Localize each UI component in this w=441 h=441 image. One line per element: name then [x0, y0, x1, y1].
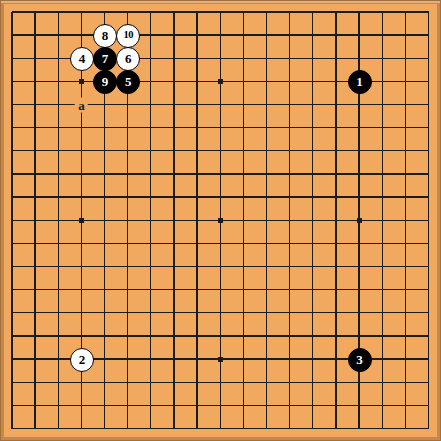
board-cell — [278, 116, 301, 139]
board-cell: 3 — [348, 348, 371, 371]
board-cell — [255, 24, 278, 47]
board-cell — [24, 417, 47, 440]
board-cell — [162, 209, 185, 232]
board-cell — [278, 93, 301, 116]
board-cell — [348, 394, 371, 417]
board-cell — [0, 116, 23, 139]
board-cell — [394, 70, 417, 93]
board-cell — [24, 186, 47, 209]
board-cell — [139, 417, 162, 440]
board-cell — [324, 70, 347, 93]
board-cell — [162, 24, 185, 47]
board-cell — [186, 255, 209, 278]
board-cell — [255, 348, 278, 371]
board-cell — [417, 255, 440, 278]
board-cell — [371, 371, 394, 394]
board-cell — [93, 324, 116, 347]
board-cell — [47, 348, 70, 371]
board-cell — [0, 417, 23, 440]
board-cell: 2 — [70, 348, 93, 371]
board-cell — [24, 348, 47, 371]
board-cell — [116, 417, 139, 440]
board-cell — [255, 93, 278, 116]
stone-black-5: 5 — [116, 70, 140, 94]
board-cell — [394, 301, 417, 324]
board-cell — [162, 139, 185, 162]
board-cell — [70, 186, 93, 209]
stone-black-1: 1 — [348, 70, 372, 94]
board-cell — [24, 394, 47, 417]
board-cell — [324, 348, 347, 371]
board-cell — [0, 301, 23, 324]
board-cell — [0, 348, 23, 371]
board-cell — [371, 162, 394, 185]
board-cell — [348, 186, 371, 209]
board-cell: 8 — [93, 24, 116, 47]
board-cell — [417, 186, 440, 209]
stone-black-7: 7 — [93, 47, 117, 71]
board-cell — [371, 116, 394, 139]
board-cell — [394, 255, 417, 278]
hoshi-point — [357, 218, 362, 223]
board-cell — [70, 24, 93, 47]
board-cell — [301, 394, 324, 417]
board-cell — [348, 324, 371, 347]
board-cell — [232, 139, 255, 162]
board-cell — [186, 186, 209, 209]
board-cell — [139, 278, 162, 301]
board-cell — [24, 209, 47, 232]
board-cell — [24, 162, 47, 185]
board-cell — [24, 371, 47, 394]
board-cell — [70, 70, 93, 93]
board-cell — [186, 301, 209, 324]
board-cell — [255, 0, 278, 23]
board-cell — [139, 47, 162, 70]
board-cell: 6 — [116, 47, 139, 70]
board-cell — [301, 232, 324, 255]
board-cell — [255, 162, 278, 185]
board-cell — [278, 24, 301, 47]
board-cell — [139, 371, 162, 394]
board-cell — [93, 394, 116, 417]
board-cell — [24, 24, 47, 47]
board-cell — [394, 162, 417, 185]
board-cell — [47, 162, 70, 185]
board-cell — [324, 278, 347, 301]
board-cell — [116, 394, 139, 417]
board-cell — [209, 24, 232, 47]
board-cell — [417, 116, 440, 139]
board-cell — [186, 162, 209, 185]
board-cell — [232, 417, 255, 440]
board-cell — [394, 417, 417, 440]
board-cell — [255, 371, 278, 394]
board-cell — [371, 24, 394, 47]
board-cell — [139, 186, 162, 209]
board-cell — [93, 139, 116, 162]
board-cell — [24, 47, 47, 70]
board-cell — [209, 139, 232, 162]
board-cell — [348, 301, 371, 324]
board-cell — [47, 139, 70, 162]
board-cell — [162, 301, 185, 324]
board-cell — [0, 394, 23, 417]
board-cell — [417, 209, 440, 232]
board-cell — [47, 255, 70, 278]
board-cell — [371, 417, 394, 440]
board-cell — [0, 70, 23, 93]
board-cell — [278, 0, 301, 23]
board-cell — [139, 348, 162, 371]
board-cell — [255, 417, 278, 440]
board-cell — [255, 116, 278, 139]
board-cell — [93, 116, 116, 139]
board-cell — [186, 47, 209, 70]
board-cell — [24, 301, 47, 324]
board-cell — [139, 116, 162, 139]
point-label-a: a — [75, 97, 88, 112]
stone-white-4: 4 — [70, 47, 94, 71]
board-cell — [47, 186, 70, 209]
board-cell — [209, 47, 232, 70]
board-cell — [324, 116, 347, 139]
board-cell — [70, 209, 93, 232]
board-cell — [301, 371, 324, 394]
board-cell — [255, 209, 278, 232]
board-cell — [70, 0, 93, 23]
board-cell — [139, 70, 162, 93]
board-cell — [348, 255, 371, 278]
board-cell — [162, 371, 185, 394]
board-cell — [47, 394, 70, 417]
board-cell — [232, 70, 255, 93]
board-cell — [209, 70, 232, 93]
board-cell — [371, 209, 394, 232]
board-cell — [93, 93, 116, 116]
stone-black-9: 9 — [93, 70, 117, 94]
board-cell — [0, 255, 23, 278]
board-cell — [394, 47, 417, 70]
board-cell — [186, 278, 209, 301]
board-cell — [417, 24, 440, 47]
board-cell — [278, 255, 301, 278]
board-cell — [24, 232, 47, 255]
board-cell: 5 — [116, 70, 139, 93]
board-cell — [324, 394, 347, 417]
board-cell — [371, 93, 394, 116]
board-cell — [70, 301, 93, 324]
board-cell — [371, 70, 394, 93]
go-diagram: 810476951a23 — [0, 0, 441, 441]
board-cell — [24, 278, 47, 301]
board-cell — [255, 186, 278, 209]
board-cell — [371, 47, 394, 70]
hoshi-point — [79, 218, 84, 223]
stone-white-2: 2 — [70, 348, 94, 372]
board-cell — [348, 162, 371, 185]
board-cell — [47, 371, 70, 394]
board-cell — [139, 139, 162, 162]
board-cell — [93, 232, 116, 255]
board-cell — [278, 348, 301, 371]
board-cell — [371, 255, 394, 278]
board-cell — [394, 186, 417, 209]
board-cell — [278, 162, 301, 185]
board-cell — [394, 348, 417, 371]
board-cell — [116, 232, 139, 255]
board-cell — [394, 232, 417, 255]
board-cell — [47, 93, 70, 116]
board-cell — [255, 394, 278, 417]
board-cell — [0, 47, 23, 70]
board-cell — [139, 301, 162, 324]
board-cell — [162, 116, 185, 139]
board-cell — [0, 324, 23, 347]
board-cell — [324, 324, 347, 347]
board-cell — [209, 162, 232, 185]
board-cell — [47, 324, 70, 347]
board-cell — [301, 324, 324, 347]
board-cell — [232, 232, 255, 255]
board-cell — [209, 417, 232, 440]
board-cell — [47, 301, 70, 324]
board-cell — [139, 255, 162, 278]
board-cell — [116, 278, 139, 301]
board-cell — [209, 301, 232, 324]
board-cell — [209, 394, 232, 417]
board-cell — [162, 278, 185, 301]
board-cell: a — [70, 93, 93, 116]
board-cell — [209, 93, 232, 116]
board-cell — [255, 255, 278, 278]
board-cell — [232, 93, 255, 116]
board-cell — [278, 47, 301, 70]
board-cell — [139, 324, 162, 347]
board-cell — [93, 348, 116, 371]
board-cell — [371, 186, 394, 209]
board-cell — [209, 116, 232, 139]
board-cell — [47, 278, 70, 301]
hoshi-point — [79, 79, 84, 84]
board-cell — [301, 0, 324, 23]
board-cell — [278, 371, 301, 394]
board-cell — [70, 139, 93, 162]
board-cell — [70, 255, 93, 278]
board-cell — [394, 0, 417, 23]
board-cell — [301, 348, 324, 371]
board-cell — [255, 278, 278, 301]
board-cell — [186, 417, 209, 440]
board-cell — [162, 348, 185, 371]
board-cell — [278, 70, 301, 93]
board-cell — [93, 162, 116, 185]
board-cell — [348, 0, 371, 23]
board-cell — [70, 417, 93, 440]
hoshi-point — [218, 218, 223, 223]
board-cell — [348, 24, 371, 47]
board-cell — [232, 324, 255, 347]
board-cell — [417, 0, 440, 23]
board-cell — [394, 394, 417, 417]
board-cell — [324, 232, 347, 255]
board-cell — [186, 371, 209, 394]
board-cell — [301, 255, 324, 278]
board-cell — [0, 186, 23, 209]
board-cell — [232, 116, 255, 139]
board-cell — [371, 394, 394, 417]
board-cell — [232, 301, 255, 324]
board-cell — [24, 0, 47, 23]
board-cell — [301, 209, 324, 232]
board-cell — [70, 278, 93, 301]
board-cell — [301, 417, 324, 440]
board-cell: 9 — [93, 70, 116, 93]
board-cell — [116, 162, 139, 185]
board-cell — [162, 162, 185, 185]
board-cell — [417, 162, 440, 185]
board-cell — [116, 186, 139, 209]
board-cell — [301, 301, 324, 324]
board-cell — [93, 255, 116, 278]
board-cell — [162, 394, 185, 417]
board-cell — [47, 417, 70, 440]
board-cell — [139, 24, 162, 47]
board-cell — [116, 209, 139, 232]
board-cell — [324, 301, 347, 324]
board-cell — [209, 324, 232, 347]
board-cell — [0, 278, 23, 301]
board-cell — [324, 371, 347, 394]
board-cell — [324, 139, 347, 162]
board-cell — [324, 186, 347, 209]
board-cell — [139, 232, 162, 255]
board-cell — [417, 324, 440, 347]
board-cell — [186, 209, 209, 232]
board-cell — [278, 232, 301, 255]
board-cell — [394, 24, 417, 47]
board-cell — [394, 116, 417, 139]
board-cell — [0, 0, 23, 23]
board-cell — [371, 301, 394, 324]
board-cell — [232, 278, 255, 301]
board-cell — [371, 139, 394, 162]
board-cell — [301, 162, 324, 185]
board-cell — [24, 70, 47, 93]
board-cell — [255, 47, 278, 70]
board-cell — [24, 139, 47, 162]
board-cell — [209, 278, 232, 301]
board-cell — [278, 417, 301, 440]
board-cell — [348, 116, 371, 139]
board-cell — [70, 232, 93, 255]
board-cell — [186, 0, 209, 23]
board-cell — [24, 255, 47, 278]
board-cell — [186, 24, 209, 47]
board-cell — [278, 186, 301, 209]
board-cell — [301, 93, 324, 116]
board-cell — [139, 394, 162, 417]
board-cell — [348, 371, 371, 394]
board-cell — [162, 255, 185, 278]
go-board-grid: 810476951a23 — [0, 0, 440, 440]
board-cell — [348, 139, 371, 162]
board-cell — [186, 394, 209, 417]
board-cell — [47, 24, 70, 47]
board-cell — [93, 209, 116, 232]
board-cell — [139, 0, 162, 23]
board-cell — [394, 278, 417, 301]
board-cell — [116, 371, 139, 394]
board-cell — [24, 116, 47, 139]
board-cell — [278, 324, 301, 347]
board-cell — [324, 24, 347, 47]
board-cell — [278, 139, 301, 162]
board-cell — [371, 324, 394, 347]
board-cell — [371, 348, 394, 371]
board-cell — [0, 209, 23, 232]
board-cell — [0, 232, 23, 255]
board-cell — [394, 324, 417, 347]
board-cell — [232, 371, 255, 394]
board-cell: 4 — [70, 47, 93, 70]
board-cell — [417, 417, 440, 440]
board-cell — [371, 278, 394, 301]
board-cell — [301, 278, 324, 301]
board-cell — [324, 0, 347, 23]
board-cell — [162, 186, 185, 209]
board-cell — [209, 186, 232, 209]
board-cell — [47, 70, 70, 93]
board-cell — [301, 47, 324, 70]
board-cell — [301, 70, 324, 93]
board-cell — [301, 186, 324, 209]
board-cell — [162, 232, 185, 255]
board-cell — [417, 139, 440, 162]
board-cell — [278, 301, 301, 324]
board-cell — [186, 348, 209, 371]
board-cell — [93, 371, 116, 394]
board-cell — [70, 371, 93, 394]
board-cell — [324, 93, 347, 116]
board-cell — [255, 232, 278, 255]
board-cell — [186, 139, 209, 162]
board-cell — [186, 232, 209, 255]
board-cell — [232, 209, 255, 232]
board-cell — [162, 324, 185, 347]
board-cell — [417, 93, 440, 116]
board-cell — [116, 301, 139, 324]
board-cell — [116, 93, 139, 116]
board-cell — [186, 70, 209, 93]
board-cell — [394, 93, 417, 116]
board-cell — [255, 139, 278, 162]
board-cell — [394, 209, 417, 232]
board-cell: 1 — [348, 70, 371, 93]
board-cell — [278, 278, 301, 301]
board-cell — [278, 394, 301, 417]
board-cell — [116, 0, 139, 23]
board-cell — [232, 24, 255, 47]
board-cell — [348, 278, 371, 301]
board-cell — [371, 0, 394, 23]
board-cell — [324, 417, 347, 440]
board-cell — [162, 47, 185, 70]
board-cell — [417, 70, 440, 93]
stone-white-8: 8 — [93, 24, 117, 48]
board-cell — [47, 116, 70, 139]
board-cell — [209, 255, 232, 278]
